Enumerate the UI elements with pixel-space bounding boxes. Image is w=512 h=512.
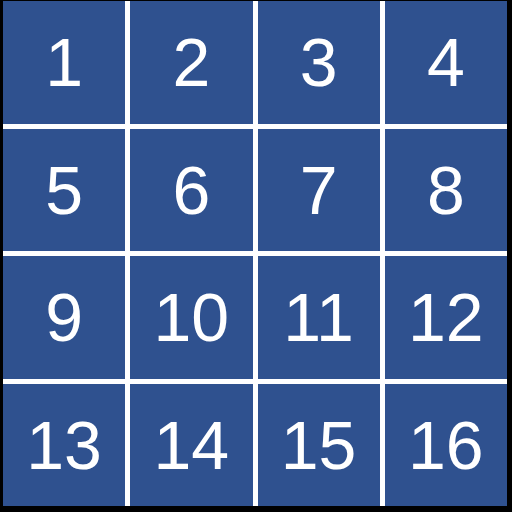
cell-2[interactable]: 2 <box>130 1 252 124</box>
cell-number: 2 <box>172 28 210 96</box>
cell-13[interactable]: 13 <box>3 384 125 507</box>
cell-number: 13 <box>26 411 102 479</box>
cell-7[interactable]: 7 <box>258 129 380 252</box>
cell-number: 11 <box>283 283 354 351</box>
cell-number: 3 <box>300 28 338 96</box>
cell-3[interactable]: 3 <box>258 1 380 124</box>
cell-number: 12 <box>408 283 484 351</box>
cell-1[interactable]: 1 <box>3 1 125 124</box>
cell-number: 16 <box>408 411 484 479</box>
cell-number: 6 <box>172 156 210 224</box>
cell-number: 15 <box>281 411 357 479</box>
cell-number: 14 <box>154 411 230 479</box>
cell-4[interactable]: 4 <box>385 1 507 124</box>
cell-16[interactable]: 16 <box>385 384 507 507</box>
cell-number: 7 <box>300 156 338 224</box>
cell-number: 8 <box>427 156 465 224</box>
cell-5[interactable]: 5 <box>3 129 125 252</box>
cell-11[interactable]: 11 <box>258 256 380 379</box>
cell-number: 4 <box>427 28 465 96</box>
cell-6[interactable]: 6 <box>130 129 252 252</box>
cell-15[interactable]: 15 <box>258 384 380 507</box>
cell-number: 10 <box>154 283 230 351</box>
cell-14[interactable]: 14 <box>130 384 252 507</box>
cell-number: 9 <box>45 283 83 351</box>
cell-number: 5 <box>45 156 83 224</box>
cell-number: 1 <box>45 28 83 96</box>
cell-9[interactable]: 9 <box>3 256 125 379</box>
number-grid: 12345678910111213141516 <box>3 1 507 506</box>
cell-12[interactable]: 12 <box>385 256 507 379</box>
cell-10[interactable]: 10 <box>130 256 252 379</box>
board-frame: 12345678910111213141516 <box>0 0 512 512</box>
cell-8[interactable]: 8 <box>385 129 507 252</box>
